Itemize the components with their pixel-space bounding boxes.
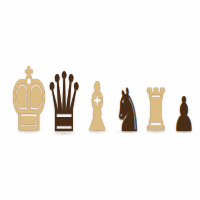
chess-pieces-photo: ♚ ♛ ♝ ♞ ♜ ♟	[0, 0, 200, 200]
black-pawn-piece: ♟	[158, 90, 200, 138]
